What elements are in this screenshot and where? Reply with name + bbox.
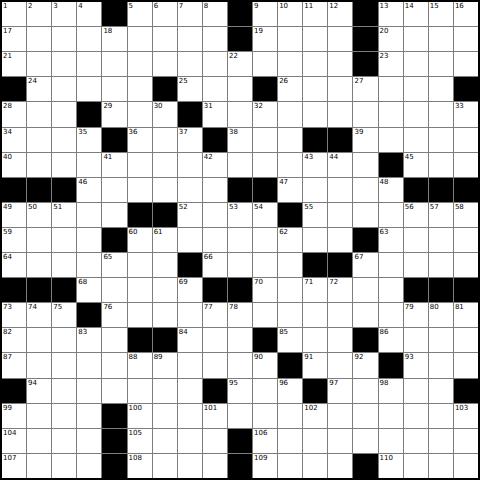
grid-cell[interactable]: 95 [228,379,252,403]
grid-cell[interactable] [353,102,377,126]
grid-cell[interactable] [353,203,377,227]
grid-cell[interactable] [77,454,101,478]
grid-cell[interactable] [404,27,428,51]
grid-cell[interactable]: 7 [178,2,202,26]
grid-cell[interactable] [429,404,453,428]
grid-cell[interactable] [178,27,202,51]
grid-cell[interactable]: 24 [27,77,51,101]
grid-cell[interactable] [454,328,478,352]
grid-cell[interactable] [454,353,478,377]
grid-cell[interactable] [328,454,352,478]
grid-cell[interactable] [128,77,152,101]
grid-cell[interactable] [52,77,76,101]
grid-cell[interactable]: 11 [303,2,327,26]
grid-cell[interactable]: 49 [2,203,26,227]
grid-cell[interactable]: 29 [102,102,126,126]
grid-cell[interactable]: 61 [153,228,177,252]
grid-cell[interactable] [128,278,152,302]
grid-cell[interactable] [77,203,101,227]
grid-cell[interactable] [303,328,327,352]
grid-cell[interactable]: 5 [128,2,152,26]
grid-cell[interactable] [153,52,177,76]
grid-cell[interactable] [153,379,177,403]
grid-cell[interactable]: 59 [2,228,26,252]
grid-cell[interactable] [27,454,51,478]
grid-cell[interactable]: 102 [303,404,327,428]
grid-cell[interactable] [429,328,453,352]
grid-cell[interactable] [353,153,377,177]
grid-cell[interactable]: 79 [404,303,428,327]
grid-cell[interactable] [52,353,76,377]
grid-cell[interactable] [52,328,76,352]
grid-cell[interactable] [454,454,478,478]
grid-cell[interactable] [178,454,202,478]
grid-cell[interactable]: 36 [128,128,152,152]
grid-cell[interactable] [27,153,51,177]
grid-cell[interactable] [102,328,126,352]
grid-cell[interactable]: 90 [253,353,277,377]
grid-cell[interactable] [379,128,403,152]
grid-cell[interactable]: 33 [454,102,478,126]
grid-cell[interactable] [77,379,101,403]
grid-cell[interactable]: 37 [178,128,202,152]
grid-cell[interactable] [52,128,76,152]
grid-cell[interactable] [429,153,453,177]
grid-cell[interactable]: 45 [404,153,428,177]
grid-cell[interactable] [128,379,152,403]
grid-cell[interactable] [353,178,377,202]
grid-cell[interactable]: 47 [278,178,302,202]
grid-cell[interactable] [178,404,202,428]
grid-cell[interactable] [429,429,453,453]
grid-cell[interactable] [328,328,352,352]
grid-cell[interactable] [228,404,252,428]
grid-cell[interactable]: 2 [27,2,51,26]
grid-cell[interactable]: 76 [102,303,126,327]
grid-cell[interactable] [278,153,302,177]
grid-cell[interactable] [353,379,377,403]
grid-cell[interactable]: 26 [278,77,302,101]
grid-cell[interactable] [178,228,202,252]
grid-cell[interactable]: 34 [2,128,26,152]
grid-cell[interactable] [153,454,177,478]
grid-cell[interactable] [153,128,177,152]
grid-cell[interactable] [404,102,428,126]
grid-cell[interactable] [228,102,252,126]
grid-cell[interactable] [328,102,352,126]
grid-cell[interactable] [153,303,177,327]
grid-cell[interactable] [328,203,352,227]
grid-cell[interactable] [178,153,202,177]
grid-cell[interactable] [128,102,152,126]
grid-cell[interactable]: 69 [178,278,202,302]
grid-cell[interactable] [253,379,277,403]
grid-cell[interactable] [429,253,453,277]
grid-cell[interactable]: 97 [328,379,352,403]
grid-cell[interactable] [228,253,252,277]
grid-cell[interactable] [278,27,302,51]
grid-cell[interactable] [253,153,277,177]
grid-cell[interactable] [379,77,403,101]
grid-cell[interactable] [278,454,302,478]
grid-cell[interactable]: 99 [2,404,26,428]
grid-cell[interactable]: 8 [203,2,227,26]
grid-cell[interactable] [128,253,152,277]
grid-cell[interactable] [203,328,227,352]
grid-cell[interactable] [328,404,352,428]
grid-cell[interactable] [429,379,453,403]
grid-cell[interactable] [77,52,101,76]
grid-cell[interactable] [27,253,51,277]
grid-cell[interactable] [203,52,227,76]
grid-cell[interactable] [178,178,202,202]
grid-cell[interactable] [404,379,428,403]
grid-cell[interactable] [454,27,478,51]
grid-cell[interactable]: 65 [102,253,126,277]
grid-cell[interactable] [253,303,277,327]
grid-cell[interactable] [253,52,277,76]
grid-cell[interactable] [203,27,227,51]
grid-cell[interactable] [153,153,177,177]
grid-cell[interactable] [278,303,302,327]
grid-cell[interactable]: 104 [2,429,26,453]
grid-cell[interactable]: 103 [454,404,478,428]
grid-cell[interactable] [278,278,302,302]
grid-cell[interactable] [379,102,403,126]
grid-cell[interactable] [52,429,76,453]
grid-cell[interactable]: 80 [429,303,453,327]
grid-cell[interactable]: 15 [429,2,453,26]
grid-cell[interactable]: 89 [153,353,177,377]
grid-cell[interactable] [203,454,227,478]
grid-cell[interactable] [52,404,76,428]
grid-cell[interactable]: 13 [379,2,403,26]
grid-cell[interactable] [379,404,403,428]
grid-cell[interactable] [454,128,478,152]
grid-cell[interactable]: 87 [2,353,26,377]
grid-cell[interactable]: 62 [278,228,302,252]
grid-cell[interactable]: 101 [203,404,227,428]
grid-cell[interactable]: 109 [253,454,277,478]
grid-cell[interactable]: 38 [228,128,252,152]
grid-cell[interactable] [429,52,453,76]
grid-cell[interactable] [328,353,352,377]
grid-cell[interactable] [454,228,478,252]
grid-cell[interactable] [102,178,126,202]
grid-cell[interactable] [429,102,453,126]
grid-cell[interactable] [404,52,428,76]
grid-cell[interactable]: 39 [353,128,377,152]
grid-cell[interactable]: 86 [379,328,403,352]
grid-cell[interactable]: 23 [379,52,403,76]
grid-cell[interactable] [77,228,101,252]
grid-cell[interactable] [328,228,352,252]
grid-cell[interactable]: 84 [178,328,202,352]
grid-cell[interactable] [303,228,327,252]
grid-cell[interactable] [52,454,76,478]
grid-cell[interactable]: 63 [379,228,403,252]
grid-cell[interactable] [379,203,403,227]
grid-cell[interactable] [52,228,76,252]
grid-cell[interactable] [178,52,202,76]
grid-cell[interactable]: 71 [303,278,327,302]
grid-cell[interactable]: 43 [303,153,327,177]
grid-cell[interactable] [27,228,51,252]
grid-cell[interactable] [153,429,177,453]
grid-cell[interactable]: 54 [253,203,277,227]
grid-cell[interactable] [153,178,177,202]
grid-cell[interactable] [303,303,327,327]
grid-cell[interactable] [128,153,152,177]
grid-cell[interactable] [27,27,51,51]
grid-cell[interactable] [429,128,453,152]
grid-cell[interactable]: 56 [404,203,428,227]
grid-cell[interactable] [77,429,101,453]
grid-cell[interactable] [203,178,227,202]
grid-cell[interactable] [77,353,101,377]
grid-cell[interactable] [203,228,227,252]
grid-cell[interactable]: 96 [278,379,302,403]
grid-cell[interactable] [303,429,327,453]
grid-cell[interactable] [77,253,101,277]
grid-cell[interactable]: 31 [203,102,227,126]
grid-cell[interactable] [454,429,478,453]
grid-cell[interactable]: 46 [77,178,101,202]
grid-cell[interactable] [303,52,327,76]
grid-cell[interactable]: 52 [178,203,202,227]
grid-cell[interactable]: 92 [353,353,377,377]
grid-cell[interactable] [27,328,51,352]
grid-cell[interactable] [429,27,453,51]
grid-cell[interactable] [404,454,428,478]
grid-cell[interactable]: 108 [128,454,152,478]
grid-cell[interactable] [328,77,352,101]
grid-cell[interactable] [102,77,126,101]
grid-cell[interactable]: 19 [253,27,277,51]
grid-cell[interactable] [353,429,377,453]
grid-cell[interactable] [52,27,76,51]
grid-cell[interactable]: 93 [404,353,428,377]
grid-cell[interactable] [278,253,302,277]
grid-cell[interactable]: 60 [128,228,152,252]
grid-cell[interactable] [128,27,152,51]
grid-cell[interactable] [52,52,76,76]
grid-cell[interactable] [404,228,428,252]
grid-cell[interactable] [203,353,227,377]
grid-cell[interactable]: 12 [328,2,352,26]
grid-cell[interactable]: 88 [128,353,152,377]
grid-cell[interactable] [353,278,377,302]
grid-cell[interactable] [228,353,252,377]
grid-cell[interactable]: 67 [353,253,377,277]
grid-cell[interactable] [178,379,202,403]
grid-cell[interactable] [128,303,152,327]
grid-cell[interactable]: 74 [27,303,51,327]
grid-cell[interactable] [303,178,327,202]
grid-cell[interactable] [203,429,227,453]
grid-cell[interactable]: 30 [153,102,177,126]
grid-cell[interactable] [404,328,428,352]
grid-cell[interactable] [328,27,352,51]
grid-cell[interactable] [228,328,252,352]
grid-cell[interactable] [253,404,277,428]
grid-cell[interactable] [278,429,302,453]
grid-cell[interactable] [454,52,478,76]
grid-cell[interactable] [404,128,428,152]
grid-cell[interactable] [379,429,403,453]
grid-cell[interactable] [278,404,302,428]
grid-cell[interactable]: 68 [77,278,101,302]
grid-cell[interactable]: 3 [52,2,76,26]
grid-cell[interactable]: 50 [27,203,51,227]
grid-cell[interactable] [278,128,302,152]
grid-cell[interactable] [178,353,202,377]
grid-cell[interactable]: 77 [203,303,227,327]
grid-cell[interactable]: 100 [128,404,152,428]
grid-cell[interactable] [128,178,152,202]
grid-cell[interactable]: 78 [228,303,252,327]
grid-cell[interactable] [303,77,327,101]
grid-cell[interactable] [228,77,252,101]
grid-cell[interactable] [102,353,126,377]
grid-cell[interactable] [27,404,51,428]
grid-cell[interactable] [102,379,126,403]
grid-cell[interactable]: 70 [253,278,277,302]
grid-cell[interactable] [178,303,202,327]
grid-cell[interactable] [52,253,76,277]
grid-cell[interactable]: 10 [278,2,302,26]
grid-cell[interactable]: 51 [52,203,76,227]
grid-cell[interactable]: 27 [353,77,377,101]
grid-cell[interactable] [253,253,277,277]
grid-cell[interactable]: 85 [278,328,302,352]
grid-cell[interactable]: 105 [128,429,152,453]
grid-cell[interactable] [278,52,302,76]
grid-cell[interactable] [153,404,177,428]
grid-cell[interactable] [429,228,453,252]
grid-cell[interactable] [203,77,227,101]
grid-cell[interactable] [52,153,76,177]
grid-cell[interactable] [379,253,403,277]
grid-cell[interactable] [27,52,51,76]
grid-cell[interactable] [404,404,428,428]
grid-cell[interactable] [77,153,101,177]
grid-cell[interactable] [379,278,403,302]
grid-cell[interactable]: 35 [77,128,101,152]
grid-cell[interactable] [153,27,177,51]
grid-cell[interactable] [253,228,277,252]
grid-cell[interactable]: 98 [379,379,403,403]
grid-cell[interactable]: 9 [253,2,277,26]
grid-cell[interactable]: 42 [203,153,227,177]
grid-cell[interactable] [404,429,428,453]
grid-cell[interactable] [27,353,51,377]
grid-cell[interactable]: 81 [454,303,478,327]
grid-cell[interactable] [253,128,277,152]
grid-cell[interactable] [77,77,101,101]
grid-cell[interactable]: 32 [253,102,277,126]
grid-cell[interactable]: 41 [102,153,126,177]
grid-cell[interactable]: 82 [2,328,26,352]
grid-cell[interactable] [379,303,403,327]
grid-cell[interactable] [27,429,51,453]
grid-cell[interactable] [353,404,377,428]
grid-cell[interactable]: 58 [454,203,478,227]
grid-cell[interactable] [102,203,126,227]
grid-cell[interactable] [454,153,478,177]
grid-cell[interactable] [303,102,327,126]
grid-cell[interactable]: 18 [102,27,126,51]
grid-cell[interactable]: 110 [379,454,403,478]
grid-cell[interactable]: 21 [2,52,26,76]
grid-cell[interactable]: 17 [2,27,26,51]
grid-cell[interactable] [303,27,327,51]
grid-cell[interactable] [328,429,352,453]
grid-cell[interactable] [328,52,352,76]
grid-cell[interactable]: 20 [379,27,403,51]
grid-cell[interactable] [228,228,252,252]
grid-cell[interactable]: 94 [27,379,51,403]
grid-cell[interactable] [128,52,152,76]
grid-cell[interactable] [429,454,453,478]
grid-cell[interactable] [153,278,177,302]
grid-cell[interactable]: 55 [303,203,327,227]
grid-cell[interactable] [77,404,101,428]
grid-cell[interactable] [102,278,126,302]
grid-cell[interactable]: 64 [2,253,26,277]
grid-cell[interactable]: 106 [253,429,277,453]
grid-cell[interactable] [328,303,352,327]
grid-cell[interactable] [303,454,327,478]
grid-cell[interactable] [102,52,126,76]
grid-cell[interactable] [27,102,51,126]
grid-cell[interactable] [52,102,76,126]
grid-cell[interactable]: 44 [328,153,352,177]
grid-cell[interactable]: 48 [379,178,403,202]
grid-cell[interactable]: 57 [429,203,453,227]
grid-cell[interactable]: 75 [52,303,76,327]
grid-cell[interactable]: 6 [153,2,177,26]
grid-cell[interactable] [429,77,453,101]
grid-cell[interactable] [52,379,76,403]
grid-cell[interactable]: 25 [178,77,202,101]
grid-cell[interactable] [153,253,177,277]
grid-cell[interactable]: 1 [2,2,26,26]
grid-cell[interactable] [178,429,202,453]
grid-cell[interactable]: 107 [2,454,26,478]
grid-cell[interactable]: 22 [228,52,252,76]
grid-cell[interactable]: 16 [454,2,478,26]
grid-cell[interactable] [278,102,302,126]
grid-cell[interactable]: 72 [328,278,352,302]
grid-cell[interactable]: 91 [303,353,327,377]
grid-cell[interactable] [429,353,453,377]
grid-cell[interactable] [203,203,227,227]
grid-cell[interactable]: 66 [203,253,227,277]
grid-cell[interactable] [404,253,428,277]
grid-cell[interactable]: 40 [2,153,26,177]
grid-cell[interactable] [454,253,478,277]
grid-cell[interactable]: 83 [77,328,101,352]
grid-cell[interactable] [77,27,101,51]
grid-cell[interactable]: 4 [77,2,101,26]
grid-cell[interactable]: 53 [228,203,252,227]
grid-cell[interactable] [353,303,377,327]
grid-cell[interactable] [404,77,428,101]
grid-cell[interactable]: 14 [404,2,428,26]
grid-cell[interactable] [27,128,51,152]
grid-cell[interactable] [328,178,352,202]
